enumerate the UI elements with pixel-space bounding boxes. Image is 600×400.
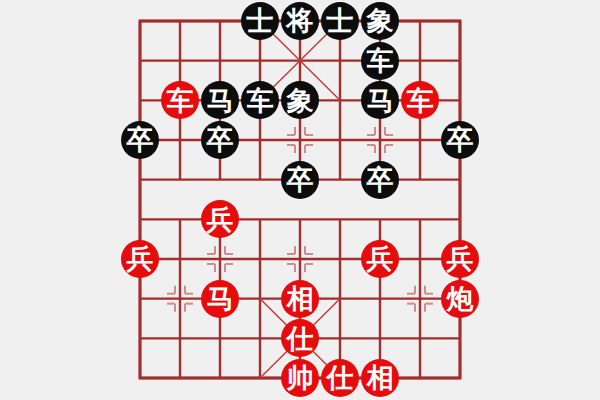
piece-black-advisor[interactable]: 士 (241, 2, 279, 40)
piece-red-general[interactable]: 帅 (281, 359, 319, 397)
piece-red-soldier[interactable]: 兵 (441, 240, 479, 278)
piece-black-soldier[interactable]: 卒 (281, 161, 319, 199)
piece-black-horse[interactable]: 马 (201, 81, 239, 119)
piece-black-chariot[interactable]: 车 (241, 81, 279, 119)
piece-black-advisor[interactable]: 士 (321, 2, 359, 40)
piece-black-soldier[interactable]: 卒 (121, 121, 159, 159)
piece-red-soldier[interactable]: 兵 (361, 240, 399, 278)
xiangqi-board: 士将士象车马车象马卒卒卒卒卒车车兵兵兵兵马相炮仕帅仕相 (0, 0, 600, 400)
piece-black-soldier[interactable]: 卒 (441, 121, 479, 159)
piece-red-chariot[interactable]: 车 (161, 81, 199, 119)
pieces-layer: 士将士象车马车象马卒卒卒卒卒车车兵兵兵兵马相炮仕帅仕相 (120, 1, 480, 398)
piece-red-elephant[interactable]: 相 (281, 280, 319, 318)
piece-black-general[interactable]: 将 (281, 2, 319, 40)
piece-red-elephant[interactable]: 相 (361, 359, 399, 397)
piece-red-soldier[interactable]: 兵 (121, 240, 159, 278)
piece-black-chariot[interactable]: 车 (361, 42, 399, 80)
piece-black-soldier[interactable]: 卒 (361, 161, 399, 199)
piece-black-soldier[interactable]: 卒 (201, 121, 239, 159)
piece-black-elephant[interactable]: 象 (281, 81, 319, 119)
piece-black-horse[interactable]: 马 (361, 81, 399, 119)
piece-black-elephant[interactable]: 象 (361, 2, 399, 40)
piece-red-advisor[interactable]: 仕 (281, 319, 319, 357)
piece-red-chariot[interactable]: 车 (401, 81, 439, 119)
xiangqi-screenshot: 士将士象车马车象马卒卒卒卒卒车车兵兵兵兵马相炮仕帅仕相 (0, 0, 600, 400)
piece-red-cannon[interactable]: 炮 (441, 280, 479, 318)
piece-red-soldier[interactable]: 兵 (201, 200, 239, 238)
piece-red-horse[interactable]: 马 (201, 280, 239, 318)
piece-red-advisor[interactable]: 仕 (321, 359, 359, 397)
